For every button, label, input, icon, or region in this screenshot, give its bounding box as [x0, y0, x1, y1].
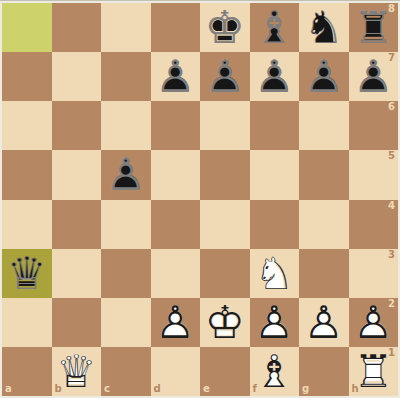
piece-black-bishop[interactable]: ♝♗ — [250, 3, 300, 52]
black-rook-glyph-fill: ♜ — [349, 3, 399, 52]
square-c3[interactable] — [101, 249, 151, 298]
white-pawn-glyph-outline: ♙ — [299, 298, 349, 347]
square-d8[interactable] — [151, 3, 201, 52]
white-pawn-glyph-outline: ♙ — [250, 298, 300, 347]
piece-black-pawn[interactable]: ♟♙ — [349, 52, 399, 101]
piece-black-pawn[interactable]: ♟♙ — [101, 150, 151, 199]
square-b6[interactable] — [52, 101, 102, 150]
black-bishop-glyph-fill: ♝ — [250, 3, 300, 52]
white-bishop-glyph-outline: ♗ — [250, 347, 300, 396]
white-king-glyph-outline: ♔ — [200, 298, 250, 347]
square-b3[interactable] — [52, 249, 102, 298]
piece-white-pawn[interactable]: ♟♙ — [151, 298, 201, 347]
white-queen-glyph-fill: ♛ — [52, 347, 102, 396]
black-pawn-glyph-outline: ♙ — [101, 150, 151, 199]
square-g8[interactable]: ♞♘ — [299, 3, 349, 52]
square-f5[interactable] — [250, 150, 300, 199]
square-d2[interactable]: ♟♙ — [151, 298, 201, 347]
square-b1[interactable]: b♛♕ — [52, 347, 102, 396]
piece-white-knight[interactable]: ♞♘ — [250, 249, 300, 298]
square-c6[interactable] — [101, 101, 151, 150]
square-f8[interactable]: ♝♗ — [250, 3, 300, 52]
white-bishop-glyph-fill: ♝ — [250, 347, 300, 396]
rank-label-6: 6 — [388, 102, 395, 112]
square-c1[interactable]: c — [101, 347, 151, 396]
square-g4[interactable] — [299, 200, 349, 249]
piece-black-knight[interactable]: ♞♘ — [299, 3, 349, 52]
black-queen-glyph-fill: ♛ — [2, 249, 52, 298]
piece-white-rook[interactable]: ♜♖ — [349, 347, 399, 396]
square-e6[interactable] — [200, 101, 250, 150]
square-a3[interactable]: ♛♕ — [2, 249, 52, 298]
file-label-c: c — [104, 384, 110, 394]
file-label-a: a — [5, 384, 12, 394]
black-queen-glyph-outline: ♕ — [2, 249, 52, 298]
square-d1[interactable]: d — [151, 347, 201, 396]
square-a2[interactable] — [2, 298, 52, 347]
black-pawn-glyph-fill: ♟ — [200, 52, 250, 101]
white-knight-glyph-fill: ♞ — [250, 249, 300, 298]
black-king-glyph-outline: ♔ — [200, 3, 250, 52]
rank-label-5: 5 — [388, 151, 395, 161]
square-f3[interactable]: ♞♘ — [250, 249, 300, 298]
white-pawn-glyph-fill: ♟ — [349, 298, 399, 347]
black-rook-glyph-outline: ♖ — [349, 3, 399, 52]
black-pawn-glyph-outline: ♙ — [349, 52, 399, 101]
black-pawn-glyph-fill: ♟ — [101, 150, 151, 199]
square-h4[interactable]: 4 — [349, 200, 399, 249]
white-rook-glyph-outline: ♖ — [349, 347, 399, 396]
square-c2[interactable] — [101, 298, 151, 347]
square-a8[interactable] — [2, 3, 52, 52]
square-e7[interactable]: ♟♙ — [200, 52, 250, 101]
square-a5[interactable] — [2, 150, 52, 199]
file-label-e: e — [203, 384, 210, 394]
square-b2[interactable] — [52, 298, 102, 347]
square-e4[interactable] — [200, 200, 250, 249]
black-pawn-glyph-outline: ♙ — [299, 52, 349, 101]
square-b8[interactable] — [52, 3, 102, 52]
file-label-g: g — [302, 384, 309, 394]
square-f7[interactable]: ♟♙ — [250, 52, 300, 101]
square-a7[interactable] — [2, 52, 52, 101]
white-rook-glyph-fill: ♜ — [349, 347, 399, 396]
square-c4[interactable] — [101, 200, 151, 249]
square-g5[interactable] — [299, 150, 349, 199]
square-h5[interactable]: 5 — [349, 150, 399, 199]
square-a4[interactable] — [2, 200, 52, 249]
piece-black-pawn[interactable]: ♟♙ — [299, 52, 349, 101]
square-b5[interactable] — [52, 150, 102, 199]
black-bishop-glyph-outline: ♗ — [250, 3, 300, 52]
chess-board: ♚♔♝♗♞♘8♜♖♟♙♟♙♟♙♟♙7♟♙6♟♙54♛♕♞♘3♟♙♚♔♟♙♟♙2♟… — [2, 3, 398, 396]
white-knight-glyph-outline: ♘ — [250, 249, 300, 298]
square-g6[interactable] — [299, 101, 349, 150]
white-queen-glyph-outline: ♕ — [52, 347, 102, 396]
white-king-glyph-fill: ♚ — [200, 298, 250, 347]
black-pawn-glyph-outline: ♙ — [151, 52, 201, 101]
rank-label-3: 3 — [388, 250, 395, 260]
square-e3[interactable] — [200, 249, 250, 298]
square-e2[interactable]: ♚♔ — [200, 298, 250, 347]
square-e8[interactable]: ♚♔ — [200, 3, 250, 52]
square-h8[interactable]: 8♜♖ — [349, 3, 399, 52]
square-f4[interactable] — [250, 200, 300, 249]
square-d7[interactable]: ♟♙ — [151, 52, 201, 101]
square-c5[interactable]: ♟♙ — [101, 150, 151, 199]
piece-white-king[interactable]: ♚♔ — [200, 298, 250, 347]
square-h1[interactable]: 1h♜♖ — [349, 347, 399, 396]
black-pawn-glyph-fill: ♟ — [250, 52, 300, 101]
square-h7[interactable]: 7♟♙ — [349, 52, 399, 101]
black-king-glyph-fill: ♚ — [200, 3, 250, 52]
rank-label-4: 4 — [388, 201, 395, 211]
black-pawn-glyph-fill: ♟ — [299, 52, 349, 101]
square-e1[interactable]: e — [200, 347, 250, 396]
white-pawn-glyph-fill: ♟ — [299, 298, 349, 347]
black-pawn-glyph-fill: ♟ — [349, 52, 399, 101]
piece-white-pawn[interactable]: ♟♙ — [349, 298, 399, 347]
square-b4[interactable] — [52, 200, 102, 249]
white-pawn-glyph-fill: ♟ — [250, 298, 300, 347]
black-knight-glyph-outline: ♘ — [299, 3, 349, 52]
square-g7[interactable]: ♟♙ — [299, 52, 349, 101]
square-a6[interactable] — [2, 101, 52, 150]
piece-white-pawn[interactable]: ♟♙ — [299, 298, 349, 347]
square-d5[interactable] — [151, 150, 201, 199]
black-pawn-glyph-fill: ♟ — [151, 52, 201, 101]
piece-black-pawn[interactable]: ♟♙ — [200, 52, 250, 101]
square-f1[interactable]: f♝♗ — [250, 347, 300, 396]
piece-white-queen[interactable]: ♛♕ — [52, 347, 102, 396]
chess-board-frame: ♚♔♝♗♞♘8♜♖♟♙♟♙♟♙♟♙7♟♙6♟♙54♛♕♞♘3♟♙♚♔♟♙♟♙2♟… — [0, 0, 400, 398]
square-e5[interactable] — [200, 150, 250, 199]
square-h6[interactable]: 6 — [349, 101, 399, 150]
square-g3[interactable] — [299, 249, 349, 298]
square-f2[interactable]: ♟♙ — [250, 298, 300, 347]
square-b7[interactable] — [52, 52, 102, 101]
piece-white-bishop[interactable]: ♝♗ — [250, 347, 300, 396]
piece-black-king[interactable]: ♚♔ — [200, 3, 250, 52]
square-a1[interactable]: a — [2, 347, 52, 396]
piece-black-queen[interactable]: ♛♕ — [2, 249, 52, 298]
black-pawn-glyph-outline: ♙ — [200, 52, 250, 101]
white-pawn-glyph-outline: ♙ — [151, 298, 201, 347]
square-c7[interactable] — [101, 52, 151, 101]
square-h2[interactable]: 2♟♙ — [349, 298, 399, 347]
piece-black-pawn[interactable]: ♟♙ — [250, 52, 300, 101]
square-h3[interactable]: 3 — [349, 249, 399, 298]
square-g1[interactable]: g — [299, 347, 349, 396]
piece-black-pawn[interactable]: ♟♙ — [151, 52, 201, 101]
file-label-d: d — [154, 384, 161, 394]
square-d6[interactable] — [151, 101, 201, 150]
black-knight-glyph-fill: ♞ — [299, 3, 349, 52]
white-pawn-glyph-fill: ♟ — [151, 298, 201, 347]
piece-black-rook[interactable]: ♜♖ — [349, 3, 399, 52]
square-c8[interactable] — [101, 3, 151, 52]
square-d4[interactable] — [151, 200, 201, 249]
black-pawn-glyph-outline: ♙ — [250, 52, 300, 101]
white-pawn-glyph-outline: ♙ — [349, 298, 399, 347]
piece-white-pawn[interactable]: ♟♙ — [250, 298, 300, 347]
square-g2[interactable]: ♟♙ — [299, 298, 349, 347]
square-f6[interactable] — [250, 101, 300, 150]
square-d3[interactable] — [151, 249, 201, 298]
